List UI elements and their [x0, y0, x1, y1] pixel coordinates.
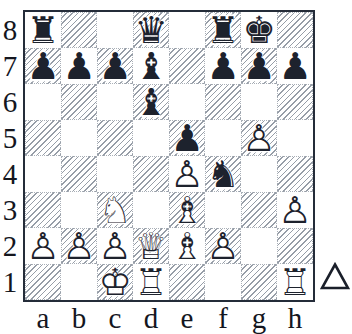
square-e3[interactable]: ♝♗: [169, 192, 205, 228]
square-a6[interactable]: [25, 84, 61, 120]
rank-label-8: 8: [0, 12, 20, 48]
square-g3[interactable]: [241, 192, 277, 228]
square-d5[interactable]: [133, 120, 169, 156]
chess-diagram: 87654321 ♜♜♛♛♜♜♚♚♟♟♟♟♟♟♝♝♟♟♟♟♟♟♝♝♟♟♟♙♟♙♞…: [0, 0, 352, 334]
file-label-c: c: [97, 302, 133, 334]
square-b1[interactable]: [61, 264, 97, 300]
square-f4[interactable]: ♞♞: [205, 156, 241, 192]
black-pawn-piece: ♟♟: [241, 48, 277, 84]
square-e1[interactable]: [169, 264, 205, 300]
square-g7[interactable]: ♟♟: [241, 48, 277, 84]
square-h1[interactable]: ♜♖: [277, 264, 313, 300]
rank-label-1: 1: [0, 264, 20, 300]
square-c3[interactable]: ♞♘: [97, 192, 133, 228]
square-f3[interactable]: [205, 192, 241, 228]
square-b4[interactable]: [61, 156, 97, 192]
square-e2[interactable]: ♝♗: [169, 228, 205, 264]
rank-label-7: 7: [0, 48, 20, 84]
square-d6[interactable]: ♝♝: [133, 84, 169, 120]
square-b5[interactable]: [61, 120, 97, 156]
square-g1[interactable]: [241, 264, 277, 300]
square-c2[interactable]: ♟♙: [97, 228, 133, 264]
white-bishop-piece: ♝♗: [169, 228, 205, 264]
square-a7[interactable]: ♟♟: [25, 48, 61, 84]
black-bishop-piece: ♝♝: [133, 84, 169, 120]
square-b3[interactable]: [61, 192, 97, 228]
rank-label-5: 5: [0, 120, 20, 156]
square-g2[interactable]: [241, 228, 277, 264]
square-c5[interactable]: [97, 120, 133, 156]
square-d3[interactable]: [133, 192, 169, 228]
white-pawn-piece: ♟♙: [205, 228, 241, 264]
square-f7[interactable]: ♟♟: [205, 48, 241, 84]
white-to-move-triangle-icon: [320, 262, 350, 291]
square-b6[interactable]: [61, 84, 97, 120]
square-b7[interactable]: ♟♟: [61, 48, 97, 84]
white-queen-piece: ♛♕: [133, 228, 169, 264]
rank-labels: 87654321: [0, 12, 20, 300]
file-label-h: h: [277, 302, 313, 334]
file-label-d: d: [133, 302, 169, 334]
square-h6[interactable]: [277, 84, 313, 120]
square-e7[interactable]: [169, 48, 205, 84]
square-f6[interactable]: [205, 84, 241, 120]
square-d4[interactable]: [133, 156, 169, 192]
white-rook-piece: ♜♖: [277, 264, 313, 300]
white-pawn-piece: ♟♙: [277, 192, 313, 228]
white-bishop-piece: ♝♗: [169, 192, 205, 228]
square-c4[interactable]: [97, 156, 133, 192]
square-h5[interactable]: [277, 120, 313, 156]
square-d8[interactable]: ♛♛: [133, 12, 169, 48]
square-e8[interactable]: [169, 12, 205, 48]
black-rook-piece: ♜♜: [205, 12, 241, 48]
square-a8[interactable]: ♜♜: [25, 12, 61, 48]
file-label-b: b: [61, 302, 97, 334]
square-c7[interactable]: ♟♟: [97, 48, 133, 84]
file-label-a: a: [25, 302, 61, 334]
white-pawn-piece: ♟♙: [61, 228, 97, 264]
black-pawn-piece: ♟♟: [61, 48, 97, 84]
square-c6[interactable]: [97, 84, 133, 120]
file-labels: abcdefgh: [25, 302, 313, 332]
black-queen-piece: ♛♛: [133, 12, 169, 48]
square-a4[interactable]: [25, 156, 61, 192]
file-label-e: e: [169, 302, 205, 334]
square-f2[interactable]: ♟♙: [205, 228, 241, 264]
square-a2[interactable]: ♟♙: [25, 228, 61, 264]
square-d2[interactable]: ♛♕: [133, 228, 169, 264]
square-h4[interactable]: [277, 156, 313, 192]
black-pawn-piece: ♟♟: [277, 48, 313, 84]
black-pawn-piece: ♟♟: [169, 120, 205, 156]
white-pawn-piece: ♟♙: [97, 228, 133, 264]
square-f1[interactable]: [205, 264, 241, 300]
black-pawn-piece: ♟♟: [205, 48, 241, 84]
chess-board: ♜♜♛♛♜♜♚♚♟♟♟♟♟♟♝♝♟♟♟♟♟♟♝♝♟♟♟♙♟♙♞♞♞♘♝♗♟♙♟♙…: [23, 10, 315, 302]
black-knight-piece: ♞♞: [205, 156, 241, 192]
square-e4[interactable]: ♟♙: [169, 156, 205, 192]
white-rook-piece: ♜♖: [133, 264, 169, 300]
square-a5[interactable]: [25, 120, 61, 156]
black-pawn-piece: ♟♟: [25, 48, 61, 84]
square-g4[interactable]: [241, 156, 277, 192]
square-b2[interactable]: ♟♙: [61, 228, 97, 264]
square-g8[interactable]: ♚♚: [241, 12, 277, 48]
white-pawn-piece: ♟♙: [241, 120, 277, 156]
square-a1[interactable]: [25, 264, 61, 300]
square-d7[interactable]: ♝♝: [133, 48, 169, 84]
black-bishop-piece: ♝♝: [133, 48, 169, 84]
rank-label-6: 6: [0, 84, 20, 120]
square-g5[interactable]: ♟♙: [241, 120, 277, 156]
file-label-f: f: [205, 302, 241, 334]
square-e5[interactable]: ♟♟: [169, 120, 205, 156]
white-pawn-piece: ♟♙: [169, 156, 205, 192]
rank-label-3: 3: [0, 192, 20, 228]
square-c1[interactable]: ♚♔: [97, 264, 133, 300]
square-f8[interactable]: ♜♜: [205, 12, 241, 48]
square-h3[interactable]: ♟♙: [277, 192, 313, 228]
square-d1[interactable]: ♜♖: [133, 264, 169, 300]
white-knight-piece: ♞♘: [97, 192, 133, 228]
file-label-g: g: [241, 302, 277, 334]
black-king-piece: ♚♚: [241, 12, 277, 48]
square-a3[interactable]: [25, 192, 61, 228]
rank-label-2: 2: [0, 228, 20, 264]
square-h7[interactable]: ♟♟: [277, 48, 313, 84]
black-pawn-piece: ♟♟: [97, 48, 133, 84]
square-g6[interactable]: [241, 84, 277, 120]
square-h2[interactable]: [277, 228, 313, 264]
white-king-piece: ♚♔: [97, 264, 133, 300]
rank-label-4: 4: [0, 156, 20, 192]
black-rook-piece: ♜♜: [25, 12, 61, 48]
white-pawn-piece: ♟♙: [25, 228, 61, 264]
